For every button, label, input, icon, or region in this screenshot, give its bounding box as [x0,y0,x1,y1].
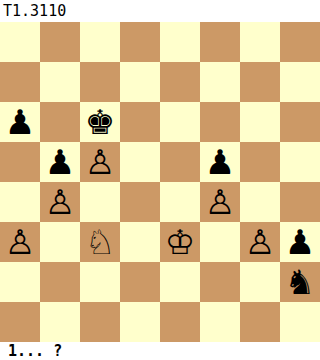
square-e6[interactable] [160,102,200,142]
square-f6[interactable] [200,102,240,142]
square-d1[interactable] [120,302,160,342]
square-c8[interactable] [80,22,120,62]
square-c2[interactable] [80,262,120,302]
square-b2[interactable] [40,262,80,302]
square-h3[interactable]: ♟ [280,222,320,262]
page-title: T1.3110 [0,0,320,22]
piece-white-pawn[interactable]: ♙ [205,182,235,222]
piece-black-pawn[interactable]: ♟ [5,102,35,142]
move-prompt: 1... ? [0,342,320,360]
piece-white-pawn[interactable]: ♙ [45,182,75,222]
square-c1[interactable] [80,302,120,342]
square-d7[interactable] [120,62,160,102]
square-c7[interactable] [80,62,120,102]
piece-black-pawn[interactable]: ♟ [285,222,315,262]
square-a2[interactable] [0,262,40,302]
piece-black-king[interactable]: ♚ [85,102,115,142]
square-b6[interactable] [40,102,80,142]
piece-black-knight[interactable]: ♞ [285,262,315,302]
square-d2[interactable] [120,262,160,302]
square-d4[interactable] [120,182,160,222]
piece-white-pawn[interactable]: ♙ [5,222,35,262]
square-d5[interactable] [120,142,160,182]
piece-black-pawn[interactable]: ♟ [45,142,75,182]
square-a5[interactable] [0,142,40,182]
square-h7[interactable] [280,62,320,102]
square-e5[interactable] [160,142,200,182]
square-h1[interactable] [280,302,320,342]
square-f7[interactable] [200,62,240,102]
square-d6[interactable] [120,102,160,142]
square-c4[interactable] [80,182,120,222]
square-b4[interactable]: ♙ [40,182,80,222]
square-b1[interactable] [40,302,80,342]
square-c5[interactable]: ♙ [80,142,120,182]
square-g4[interactable] [240,182,280,222]
chess-board: ♟♚♟♙♟♙♙♙♘♔♙♟♞ [0,22,320,342]
piece-black-pawn[interactable]: ♟ [205,142,235,182]
square-b7[interactable] [40,62,80,102]
square-g3[interactable]: ♙ [240,222,280,262]
square-d3[interactable] [120,222,160,262]
square-g2[interactable] [240,262,280,302]
square-e1[interactable] [160,302,200,342]
square-g6[interactable] [240,102,280,142]
square-f4[interactable]: ♙ [200,182,240,222]
square-e2[interactable] [160,262,200,302]
square-c6[interactable]: ♚ [80,102,120,142]
square-f3[interactable] [200,222,240,262]
square-a3[interactable]: ♙ [0,222,40,262]
square-f8[interactable] [200,22,240,62]
square-f5[interactable]: ♟ [200,142,240,182]
square-f2[interactable] [200,262,240,302]
square-b8[interactable] [40,22,80,62]
square-e4[interactable] [160,182,200,222]
piece-white-pawn[interactable]: ♙ [85,142,115,182]
square-h6[interactable] [280,102,320,142]
square-g7[interactable] [240,62,280,102]
square-g1[interactable] [240,302,280,342]
piece-white-pawn[interactable]: ♙ [245,222,275,262]
square-h2[interactable]: ♞ [280,262,320,302]
square-g8[interactable] [240,22,280,62]
square-h8[interactable] [280,22,320,62]
square-a1[interactable] [0,302,40,342]
square-e8[interactable] [160,22,200,62]
square-g5[interactable] [240,142,280,182]
piece-white-knight[interactable]: ♘ [85,222,115,262]
square-h4[interactable] [280,182,320,222]
square-a8[interactable] [0,22,40,62]
square-a4[interactable] [0,182,40,222]
square-b5[interactable]: ♟ [40,142,80,182]
square-f1[interactable] [200,302,240,342]
piece-white-king[interactable]: ♔ [165,222,195,262]
square-b3[interactable] [40,222,80,262]
square-e3[interactable]: ♔ [160,222,200,262]
square-e7[interactable] [160,62,200,102]
square-a6[interactable]: ♟ [0,102,40,142]
square-c3[interactable]: ♘ [80,222,120,262]
square-h5[interactable] [280,142,320,182]
square-d8[interactable] [120,22,160,62]
square-a7[interactable] [0,62,40,102]
